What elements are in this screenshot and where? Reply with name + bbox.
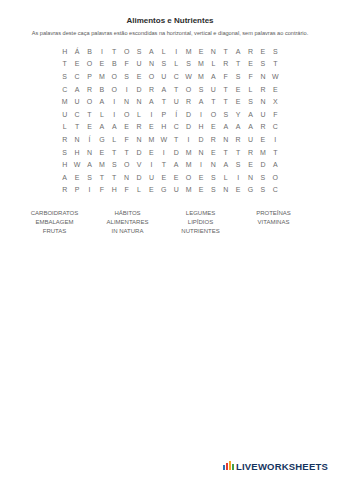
grid-cell[interactable]: U: [244, 133, 256, 146]
grid-cell[interactable]: S: [232, 70, 244, 83]
grid-cell[interactable]: O: [145, 70, 157, 83]
grid-cell[interactable]: T: [83, 108, 95, 121]
logo-bar: [232, 464, 234, 470]
grid-cell[interactable]: G: [158, 184, 170, 197]
grid-cell[interactable]: R: [133, 121, 145, 134]
grid-cell[interactable]: A: [145, 45, 157, 58]
grid-cell[interactable]: A: [244, 121, 256, 134]
grid-cell[interactable]: L: [58, 121, 70, 134]
grid-cell[interactable]: T: [220, 83, 232, 96]
grid-cell[interactable]: T: [158, 158, 170, 171]
grid-cell[interactable]: C: [71, 70, 83, 83]
grid-cell[interactable]: C: [71, 108, 83, 121]
grid-cell[interactable]: W: [269, 70, 281, 83]
grid-cell[interactable]: A: [83, 158, 95, 171]
grid-cell[interactable]: Í: [170, 108, 182, 121]
grid-cell[interactable]: R: [244, 45, 256, 58]
grid-cell[interactable]: E: [232, 184, 244, 197]
grid-cell[interactable]: A: [232, 45, 244, 58]
word-list-item: LIPÍDIOS: [188, 218, 213, 227]
grid-cell[interactable]: N: [257, 95, 269, 108]
grid-cell[interactable]: R: [232, 133, 244, 146]
grid-cell[interactable]: A: [220, 158, 232, 171]
grid-cell[interactable]: N: [133, 133, 145, 146]
grid-cell[interactable]: S: [133, 45, 145, 58]
grid-cell[interactable]: A: [145, 95, 157, 108]
grid-cell[interactable]: B: [83, 45, 95, 58]
grid-cell[interactable]: D: [133, 83, 145, 96]
grid-cell[interactable]: S: [182, 58, 194, 71]
grid-cell[interactable]: T: [120, 146, 132, 159]
grid-cell[interactable]: O: [108, 70, 120, 83]
grid-cell[interactable]: S: [269, 45, 281, 58]
grid-cell[interactable]: S: [58, 70, 70, 83]
grid-cell[interactable]: S: [257, 184, 269, 197]
word-search-grid: HÁBITOSALIMENTARESTEOEBFUNSLSMLRTESTSCPM…: [0, 45, 340, 196]
grid-cell[interactable]: C: [170, 70, 182, 83]
grid-cell[interactable]: S: [207, 171, 219, 184]
instructions-text: As palavras deste caça palavras estão es…: [0, 30, 340, 36]
word-list-column: PROTEÍNASVITAMINAS: [237, 209, 310, 236]
grid-cell[interactable]: F: [269, 108, 281, 121]
word-list-column: LEGUMESLIPÍDIOSNUTRIENTES: [164, 209, 237, 236]
grid-cell[interactable]: E: [195, 45, 207, 58]
grid-cell[interactable]: E: [257, 45, 269, 58]
grid-cell[interactable]: T: [108, 171, 120, 184]
grid-cell[interactable]: F: [96, 184, 108, 197]
grid-cell[interactable]: M: [182, 184, 194, 197]
grid-cell[interactable]: N: [71, 133, 83, 146]
grid-cell[interactable]: U: [158, 70, 170, 83]
grid-cell[interactable]: I: [145, 158, 157, 171]
grid-cell[interactable]: E: [158, 171, 170, 184]
grid-cell[interactable]: I: [108, 108, 120, 121]
grid-cell[interactable]: I: [195, 158, 207, 171]
grid-cell[interactable]: N: [257, 70, 269, 83]
grid-cell[interactable]: C: [269, 184, 281, 197]
grid-cell[interactable]: B: [96, 83, 108, 96]
grid-cell[interactable]: T: [170, 133, 182, 146]
grid-cell[interactable]: T: [269, 58, 281, 71]
grid-cell[interactable]: W: [71, 158, 83, 171]
grid-cell[interactable]: Y: [232, 108, 244, 121]
grid-cell[interactable]: M: [145, 133, 157, 146]
grid-cell[interactable]: E: [133, 70, 145, 83]
grid-cell[interactable]: O: [83, 95, 95, 108]
grid-cell[interactable]: C: [170, 121, 182, 134]
grid-cell[interactable]: M: [96, 158, 108, 171]
grid-cell[interactable]: L: [96, 108, 108, 121]
grid-cell[interactable]: D: [182, 121, 194, 134]
grid-cell[interactable]: A: [232, 121, 244, 134]
word-list-item: NUTRIENTES: [181, 227, 219, 236]
grid-cell[interactable]: N: [133, 95, 145, 108]
grid-cell[interactable]: I: [158, 146, 170, 159]
grid-cell[interactable]: O: [182, 171, 194, 184]
word-list-item: LEGUMES: [186, 209, 215, 218]
grid-cell[interactable]: E: [83, 121, 95, 134]
logo-bar: [223, 465, 225, 470]
grid-cell[interactable]: O: [120, 45, 132, 58]
grid-cell[interactable]: T: [232, 58, 244, 71]
grid-cell[interactable]: S: [120, 70, 132, 83]
grid-cell[interactable]: N: [195, 146, 207, 159]
grid-cell[interactable]: M: [182, 146, 194, 159]
grid-cell[interactable]: L: [220, 171, 232, 184]
grid-cell[interactable]: O: [83, 58, 95, 71]
word-list-item: ALIMENTARES: [107, 218, 149, 227]
grid-cell[interactable]: L: [207, 58, 219, 71]
grid-cell[interactable]: R: [257, 121, 269, 134]
grid-cell[interactable]: R: [257, 83, 269, 96]
grid-cell[interactable]: T: [96, 171, 108, 184]
word-list-column: HÁBITOSALIMENTARESIN NATURA: [91, 209, 164, 236]
grid-cell[interactable]: E: [207, 146, 219, 159]
grid-cell[interactable]: E: [170, 171, 182, 184]
grid-cell[interactable]: A: [207, 70, 219, 83]
bar-chart-logo-icon: [223, 461, 234, 470]
grid-cell[interactable]: H: [158, 121, 170, 134]
grid-cell[interactable]: O: [182, 83, 194, 96]
footer[interactable]: LIVEWORKSHEETS: [223, 461, 328, 471]
grid-cell[interactable]: U: [71, 95, 83, 108]
grid-cell[interactable]: E: [207, 121, 219, 134]
grid-cell[interactable]: F: [120, 58, 132, 71]
grid-cell[interactable]: W: [158, 133, 170, 146]
grid-cell[interactable]: S: [158, 58, 170, 71]
grid-cell[interactable]: L: [244, 83, 256, 96]
grid-cell[interactable]: N: [145, 58, 157, 71]
grid-cell[interactable]: F: [120, 133, 132, 146]
grid-cell[interactable]: I: [170, 45, 182, 58]
grid-cell[interactable]: U: [58, 108, 70, 121]
grid-cell[interactable]: S: [257, 171, 269, 184]
grid-cell[interactable]: H: [58, 158, 70, 171]
grid-cell[interactable]: E: [145, 184, 157, 197]
grid-cell[interactable]: H: [108, 184, 120, 197]
grid-cell[interactable]: Í: [83, 133, 95, 146]
grid-cell[interactable]: I: [182, 133, 194, 146]
logo-bar: [226, 463, 228, 470]
grid-cell[interactable]: S: [83, 171, 95, 184]
grid-cell[interactable]: O: [120, 108, 132, 121]
grid-cell[interactable]: R: [244, 146, 256, 159]
grid-cell[interactable]: D: [133, 146, 145, 159]
grid-cell[interactable]: H: [58, 45, 70, 58]
grid-cell[interactable]: R: [83, 83, 95, 96]
grid-cell[interactable]: T: [220, 45, 232, 58]
grid-cell[interactable]: M: [58, 95, 70, 108]
word-list-item: VITAMINAS: [258, 218, 290, 227]
grid-cell[interactable]: X: [269, 95, 281, 108]
grid-cell[interactable]: E: [244, 158, 256, 171]
grid-cell[interactable]: L: [108, 133, 120, 146]
grid-cell[interactable]: E: [232, 95, 244, 108]
word-list-item: IN NATURA: [112, 227, 144, 236]
grid-cell[interactable]: M: [195, 58, 207, 71]
grid-cell[interactable]: A: [158, 83, 170, 96]
grid-cell[interactable]: T: [269, 146, 281, 159]
grid-cell[interactable]: E: [269, 83, 281, 96]
grid-cell[interactable]: E: [71, 58, 83, 71]
grid-cell[interactable]: T: [220, 95, 232, 108]
word-list-item: HÁBITOS: [114, 209, 140, 218]
grid-cell[interactable]: R: [58, 184, 70, 197]
grid-cell[interactable]: I: [195, 108, 207, 121]
grid-cell[interactable]: M: [182, 45, 194, 58]
grid-cell[interactable]: T: [108, 146, 120, 159]
grid-cell[interactable]: E: [145, 121, 157, 134]
grid-cell[interactable]: T: [71, 121, 83, 134]
grid-cell[interactable]: I: [232, 171, 244, 184]
grid-cell[interactable]: A: [195, 95, 207, 108]
grid-cell[interactable]: R: [220, 58, 232, 71]
grid-cell[interactable]: R: [58, 133, 70, 146]
grid-cell[interactable]: I: [120, 83, 132, 96]
grid-cell[interactable]: S: [220, 108, 232, 121]
grid-cell[interactable]: F: [244, 70, 256, 83]
grid-cell[interactable]: E: [120, 121, 132, 134]
grid-cell[interactable]: T: [158, 95, 170, 108]
word-list-item: EMBALAGEM: [35, 218, 73, 227]
grid-cell[interactable]: C: [58, 83, 70, 96]
grid-cell[interactable]: P: [83, 70, 95, 83]
grid-cell[interactable]: E: [195, 171, 207, 184]
grid-cell[interactable]: V: [133, 158, 145, 171]
word-list-item: PROTEÍNAS: [256, 209, 291, 218]
grid-cell[interactable]: U: [145, 171, 157, 184]
grid-cell[interactable]: E: [96, 146, 108, 159]
grid-cell[interactable]: S: [207, 184, 219, 197]
grid-cell[interactable]: H: [71, 146, 83, 159]
grid-cell[interactable]: U: [257, 108, 269, 121]
grid-cell[interactable]: I: [96, 45, 108, 58]
grid-cell[interactable]: D: [170, 146, 182, 159]
logo-bar: [229, 461, 231, 470]
grid-cell[interactable]: P: [71, 184, 83, 197]
grid-cell[interactable]: H: [195, 121, 207, 134]
grid-cell[interactable]: G: [244, 184, 256, 197]
grid-cell[interactable]: S: [58, 146, 70, 159]
grid-cell[interactable]: L: [133, 184, 145, 197]
grid-cell[interactable]: O: [108, 83, 120, 96]
grid-cell[interactable]: A: [96, 95, 108, 108]
grid-cell[interactable]: A: [244, 108, 256, 121]
grid-cell[interactable]: F: [120, 184, 132, 197]
grid-cell[interactable]: M: [182, 158, 194, 171]
word-list-column: CARBOIDRATOSEMBALAGEMFRUTAS: [18, 209, 91, 236]
grid-cell[interactable]: T: [170, 83, 182, 96]
grid-cell[interactable]: I: [83, 184, 95, 197]
page-title: Alimentos e Nutrientes: [0, 0, 340, 25]
grid-cell[interactable]: O: [207, 108, 219, 121]
grid-cell[interactable]: A: [170, 158, 182, 171]
grid-cell[interactable]: L: [133, 108, 145, 121]
grid-cell[interactable]: N: [220, 133, 232, 146]
grid-cell[interactable]: A: [269, 158, 281, 171]
grid-cell[interactable]: E: [195, 184, 207, 197]
grid-cell[interactable]: T: [207, 95, 219, 108]
grid-cell[interactable]: R: [207, 133, 219, 146]
grid-cell[interactable]: N: [83, 146, 95, 159]
grid-cell[interactable]: N: [120, 171, 132, 184]
grid-cell[interactable]: L: [158, 45, 170, 58]
grid-cell[interactable]: N: [207, 158, 219, 171]
grid-cell[interactable]: S: [232, 158, 244, 171]
grid-cell[interactable]: A: [108, 121, 120, 134]
grid-cell[interactable]: O: [269, 171, 281, 184]
grid-cell[interactable]: U: [207, 83, 219, 96]
grid-cell[interactable]: R: [182, 95, 194, 108]
grid-cell[interactable]: R: [145, 83, 157, 96]
grid-cell[interactable]: E: [244, 58, 256, 71]
grid-cell[interactable]: D: [182, 108, 194, 121]
grid-cell[interactable]: T: [232, 146, 244, 159]
grid-cell[interactable]: B: [108, 58, 120, 71]
grid-cell[interactable]: P: [158, 108, 170, 121]
grid-cell[interactable]: M: [96, 70, 108, 83]
grid-cell[interactable]: E: [71, 171, 83, 184]
grid-cell[interactable]: N: [207, 45, 219, 58]
word-list: CARBOIDRATOSEMBALAGEMFRUTASHÁBITOSALIMEN…: [0, 209, 340, 236]
word-list-item: FRUTAS: [43, 227, 67, 236]
grid-cell[interactable]: A: [58, 171, 70, 184]
word-list-item: CARBOIDRATOS: [31, 209, 78, 218]
grid-cell[interactable]: T: [108, 45, 120, 58]
grid-cell[interactable]: U: [133, 58, 145, 71]
grid-cell[interactable]: G: [96, 133, 108, 146]
grid-cell[interactable]: N: [220, 184, 232, 197]
grid-cell[interactable]: S: [244, 95, 256, 108]
grid-cell[interactable]: I: [269, 133, 281, 146]
grid-cell[interactable]: N: [244, 171, 256, 184]
grid-cell[interactable]: A: [71, 83, 83, 96]
grid-cell[interactable]: Á: [71, 45, 83, 58]
grid-cell[interactable]: L: [170, 58, 182, 71]
grid-cell[interactable]: T: [58, 58, 70, 71]
grid-cell[interactable]: I: [108, 95, 120, 108]
grid-cell[interactable]: E: [96, 58, 108, 71]
grid-cell[interactable]: D: [257, 158, 269, 171]
grid-cell[interactable]: U: [170, 184, 182, 197]
grid-cell[interactable]: S: [108, 158, 120, 171]
grid-cell[interactable]: U: [170, 95, 182, 108]
grid-cell[interactable]: C: [269, 121, 281, 134]
grid-cell[interactable]: E: [257, 133, 269, 146]
grid-cell[interactable]: T: [220, 146, 232, 159]
grid-cell[interactable]: W: [182, 70, 194, 83]
grid-cell[interactable]: I: [145, 108, 157, 121]
grid-cell[interactable]: A: [220, 121, 232, 134]
grid-cell[interactable]: A: [96, 121, 108, 134]
grid-cell[interactable]: M: [257, 146, 269, 159]
grid-cell[interactable]: S: [195, 83, 207, 96]
grid-cell[interactable]: N: [120, 95, 132, 108]
grid-cell[interactable]: E: [232, 83, 244, 96]
grid-cell[interactable]: D: [195, 133, 207, 146]
grid-cell[interactable]: M: [195, 70, 207, 83]
grid-cell[interactable]: D: [133, 171, 145, 184]
grid-cell[interactable]: O: [120, 158, 132, 171]
grid-cell[interactable]: E: [145, 146, 157, 159]
grid-cell[interactable]: F: [220, 70, 232, 83]
brand-text: LIVEWORKSHEETS: [236, 462, 328, 472]
grid-cell[interactable]: S: [257, 58, 269, 71]
